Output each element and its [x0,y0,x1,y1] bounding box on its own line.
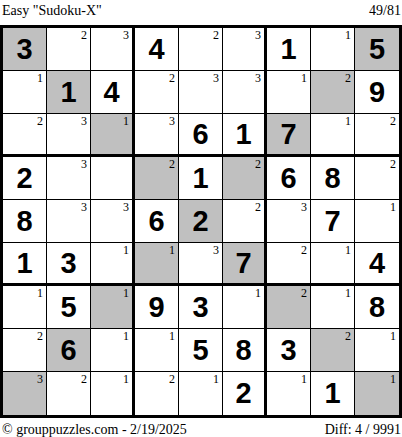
cell-value: 2 [3,157,46,199]
cell-value: 8 [311,157,354,199]
cell-value: 9 [135,286,178,328]
cell-r1c3[interactable]: 3 [91,28,135,71]
corner-mark: 2 [390,114,396,128]
cell-r5c6[interactable]: 2 [223,200,267,243]
cell-value: 6 [135,200,178,242]
cell-r4c5[interactable]: 1 [179,157,223,200]
corner-mark: 2 [169,157,175,171]
cell-value: 5 [355,28,399,70]
corner-mark: 1 [345,243,351,257]
corner-mark: 1 [123,329,129,343]
cell-r2c3[interactable]: 4 [91,71,135,114]
cell-r8c7[interactable]: 3 [267,329,311,372]
corner-mark: 1 [123,372,129,386]
puzzle-title: Easy "Sudoku-X" [2,3,102,19]
cell-r9c1[interactable]: 3 [3,372,47,415]
cell-value: 7 [311,200,354,242]
corner-mark: 1 [301,71,307,85]
cell-value: 5 [179,329,222,371]
cell-r4c8[interactable]: 8 [311,157,355,200]
cell-r7c7[interactable]: 2 [267,286,311,329]
cell-r3c1[interactable]: 2 [3,114,47,157]
cell-r1c1[interactable]: 3 [3,28,47,71]
cell-r6c5[interactable]: 3 [179,243,223,286]
corner-mark: 3 [123,200,129,214]
cell-value: 4 [135,28,178,70]
cell-r4c2[interactable]: 3 [47,157,91,200]
cell-r2c5[interactable]: 3 [179,71,223,114]
corner-mark: 2 [345,71,351,85]
cell-r9c8[interactable]: 1 [311,372,355,415]
cell-value: 1 [47,71,90,113]
cell-r1c7[interactable]: 1 [267,28,311,71]
cell-r3c8[interactable]: 1 [311,114,355,157]
copyright-text: © grouppuzzles.com - 2/19/2025 [2,422,187,437]
difficulty-text: Diff: 4 / 9991 [325,422,401,437]
cell-r8c6[interactable]: 8 [223,329,267,372]
cell-value: 7 [267,114,310,154]
cell-r1c6[interactable]: 3 [223,28,267,71]
cell-r6c2[interactable]: 3 [47,243,91,286]
cell-r2c8[interactable]: 2 [311,71,355,114]
cell-r2c2[interactable]: 1 [47,71,91,114]
corner-mark: 1 [345,28,351,42]
cell-value: 4 [355,243,399,283]
corner-mark: 2 [213,28,219,42]
cell-value: 3 [179,286,222,328]
corner-mark: 3 [255,71,261,85]
cell-value: 8 [223,329,264,371]
corner-mark: 2 [255,200,261,214]
corner-mark: 3 [169,114,175,128]
corner-mark: 2 [169,71,175,85]
sudoku-board: 3234231151142331292313617122321268283362… [0,25,402,418]
corner-mark: 1 [169,243,175,257]
corner-mark: 1 [123,286,129,300]
corner-mark: 2 [301,243,307,257]
cell-r1c8[interactable]: 1 [311,28,355,71]
corner-mark: 1 [123,114,129,128]
cell-r1c5[interactable]: 2 [179,28,223,71]
cell-value: 3 [3,28,46,70]
cell-r9c9[interactable]: 1 [355,372,399,415]
cell-r7c4[interactable]: 9 [135,286,179,329]
cell-r2c1[interactable]: 1 [3,71,47,114]
cell-value: 2 [223,372,264,415]
cell-r5c9[interactable]: 1 [355,200,399,243]
cell-value: 6 [47,329,90,371]
cell-r4c7[interactable]: 6 [267,157,311,200]
corner-mark: 2 [390,157,396,171]
cell-r7c2[interactable]: 5 [47,286,91,329]
cell-value: 1 [3,243,46,283]
corner-mark: 1 [255,286,261,300]
cell-r2c6[interactable]: 3 [223,71,267,114]
cell-r6c7[interactable]: 2 [267,243,311,286]
cell-r8c8[interactable]: 2 [311,329,355,372]
cell-r8c9[interactable]: 1 [355,329,399,372]
cell-r9c2[interactable]: 2 [47,372,91,415]
cell-r4c9[interactable]: 2 [355,157,399,200]
cell-value: 7 [223,243,264,283]
cell-r3c9[interactable]: 2 [355,114,399,157]
cell-r6c1[interactable]: 1 [3,243,47,286]
corner-mark: 2 [345,329,351,343]
cell-r1c4[interactable]: 4 [135,28,179,71]
corner-mark: 2 [37,114,43,128]
corner-mark: 3 [81,200,87,214]
cell-value: 3 [267,329,310,371]
cell-value: 2 [179,200,222,242]
corner-mark: 1 [390,200,396,214]
corner-mark: 2 [81,28,87,42]
corner-mark: 1 [123,243,129,257]
cell-r1c9[interactable]: 5 [355,28,399,71]
cell-r5c3[interactable]: 3 [91,200,135,243]
corner-mark: 1 [37,71,43,85]
cell-value: 3 [47,243,90,283]
cell-r9c3[interactable]: 1 [91,372,135,415]
corner-mark: 2 [255,157,261,171]
cell-r5c4[interactable]: 6 [135,200,179,243]
corner-mark: 1 [390,329,396,343]
corner-mark: 2 [37,329,43,343]
cell-value: 1 [311,372,354,415]
cell-r3c5[interactable]: 6 [179,114,223,157]
corner-mark: 1 [37,286,43,300]
header: Easy "Sudoku-X" 49/81 [0,0,402,25]
progress-counter: 49/81 [369,3,401,19]
cell-r2c7[interactable]: 1 [267,71,311,114]
corner-mark: 3 [301,200,307,214]
corner-mark: 1 [301,372,307,386]
cell-r8c2[interactable]: 6 [47,329,91,372]
puzzle-page: Easy "Sudoku-X" 49/81 323423115114233129… [0,0,402,437]
cell-value: 1 [267,28,310,70]
cell-r3c3[interactable]: 1 [91,114,135,157]
cell-r7c3[interactable]: 1 [91,286,135,329]
corner-mark: 3 [81,114,87,128]
cell-r8c3[interactable]: 1 [91,329,135,372]
cell-r5c1[interactable]: 8 [3,200,47,243]
corner-mark: 1 [345,114,351,128]
cell-value: 6 [267,157,310,199]
corner-mark: 3 [255,28,261,42]
corner-mark: 3 [213,71,219,85]
cell-r8c1[interactable]: 2 [3,329,47,372]
cell-r9c6[interactable]: 2 [223,372,267,415]
corner-mark: 2 [301,286,307,300]
cell-r3c7[interactable]: 7 [267,114,311,157]
cell-r7c5[interactable]: 3 [179,286,223,329]
corner-mark: 2 [81,372,87,386]
cell-r3c2[interactable]: 3 [47,114,91,157]
cell-r6c9[interactable]: 4 [355,243,399,286]
cell-r5c2[interactable]: 3 [47,200,91,243]
footer: © grouppuzzles.com - 2/19/2025 Diff: 4 /… [0,418,402,437]
corner-mark: 2 [169,372,175,386]
cell-r3c4[interactable]: 3 [135,114,179,157]
cell-r9c4[interactable]: 2 [135,372,179,415]
corner-mark: 3 [37,372,43,386]
cell-r9c5[interactable]: 1 [179,372,223,415]
cell-r4c1[interactable]: 2 [3,157,47,200]
cell-r1c2[interactable]: 2 [47,28,91,71]
cell-r2c4[interactable]: 2 [135,71,179,114]
cell-r5c8[interactable]: 7 [311,200,355,243]
cell-r7c9[interactable]: 8 [355,286,399,329]
cell-r5c7[interactable]: 3 [267,200,311,243]
corner-mark: 1 [345,286,351,300]
cell-r4c6[interactable]: 2 [223,157,267,200]
cell-r6c8[interactable]: 1 [311,243,355,286]
cell-r3c6[interactable]: 1 [223,114,267,157]
cell-r7c8[interactable]: 1 [311,286,355,329]
cell-value: 6 [179,114,222,154]
cell-r8c5[interactable]: 5 [179,329,223,372]
cell-value: 9 [355,71,399,113]
cell-r6c3[interactable]: 1 [91,243,135,286]
cell-r4c3[interactable] [91,157,135,200]
cell-value: 4 [91,71,132,113]
cell-r5c5[interactable]: 2 [179,200,223,243]
cell-r2c9[interactable]: 9 [355,71,399,114]
cell-value: 8 [355,286,399,328]
cell-r6c4[interactable]: 1 [135,243,179,286]
corner-mark: 1 [213,372,219,386]
cell-value: 8 [3,200,46,242]
cell-r4c4[interactable]: 2 [135,157,179,200]
cell-r8c4[interactable]: 1 [135,329,179,372]
cell-value: 1 [179,157,222,199]
corner-mark: 3 [81,157,87,171]
cell-r7c6[interactable]: 1 [223,286,267,329]
corner-mark: 1 [169,329,175,343]
corner-mark: 3 [123,28,129,42]
cell-value: 1 [223,114,264,154]
corner-mark: 1 [390,372,396,386]
cell-value: 5 [47,286,90,328]
cell-r6c6[interactable]: 7 [223,243,267,286]
corner-mark: 3 [213,243,219,257]
cell-r7c1[interactable]: 1 [3,286,47,329]
cell-r9c7[interactable]: 1 [267,372,311,415]
